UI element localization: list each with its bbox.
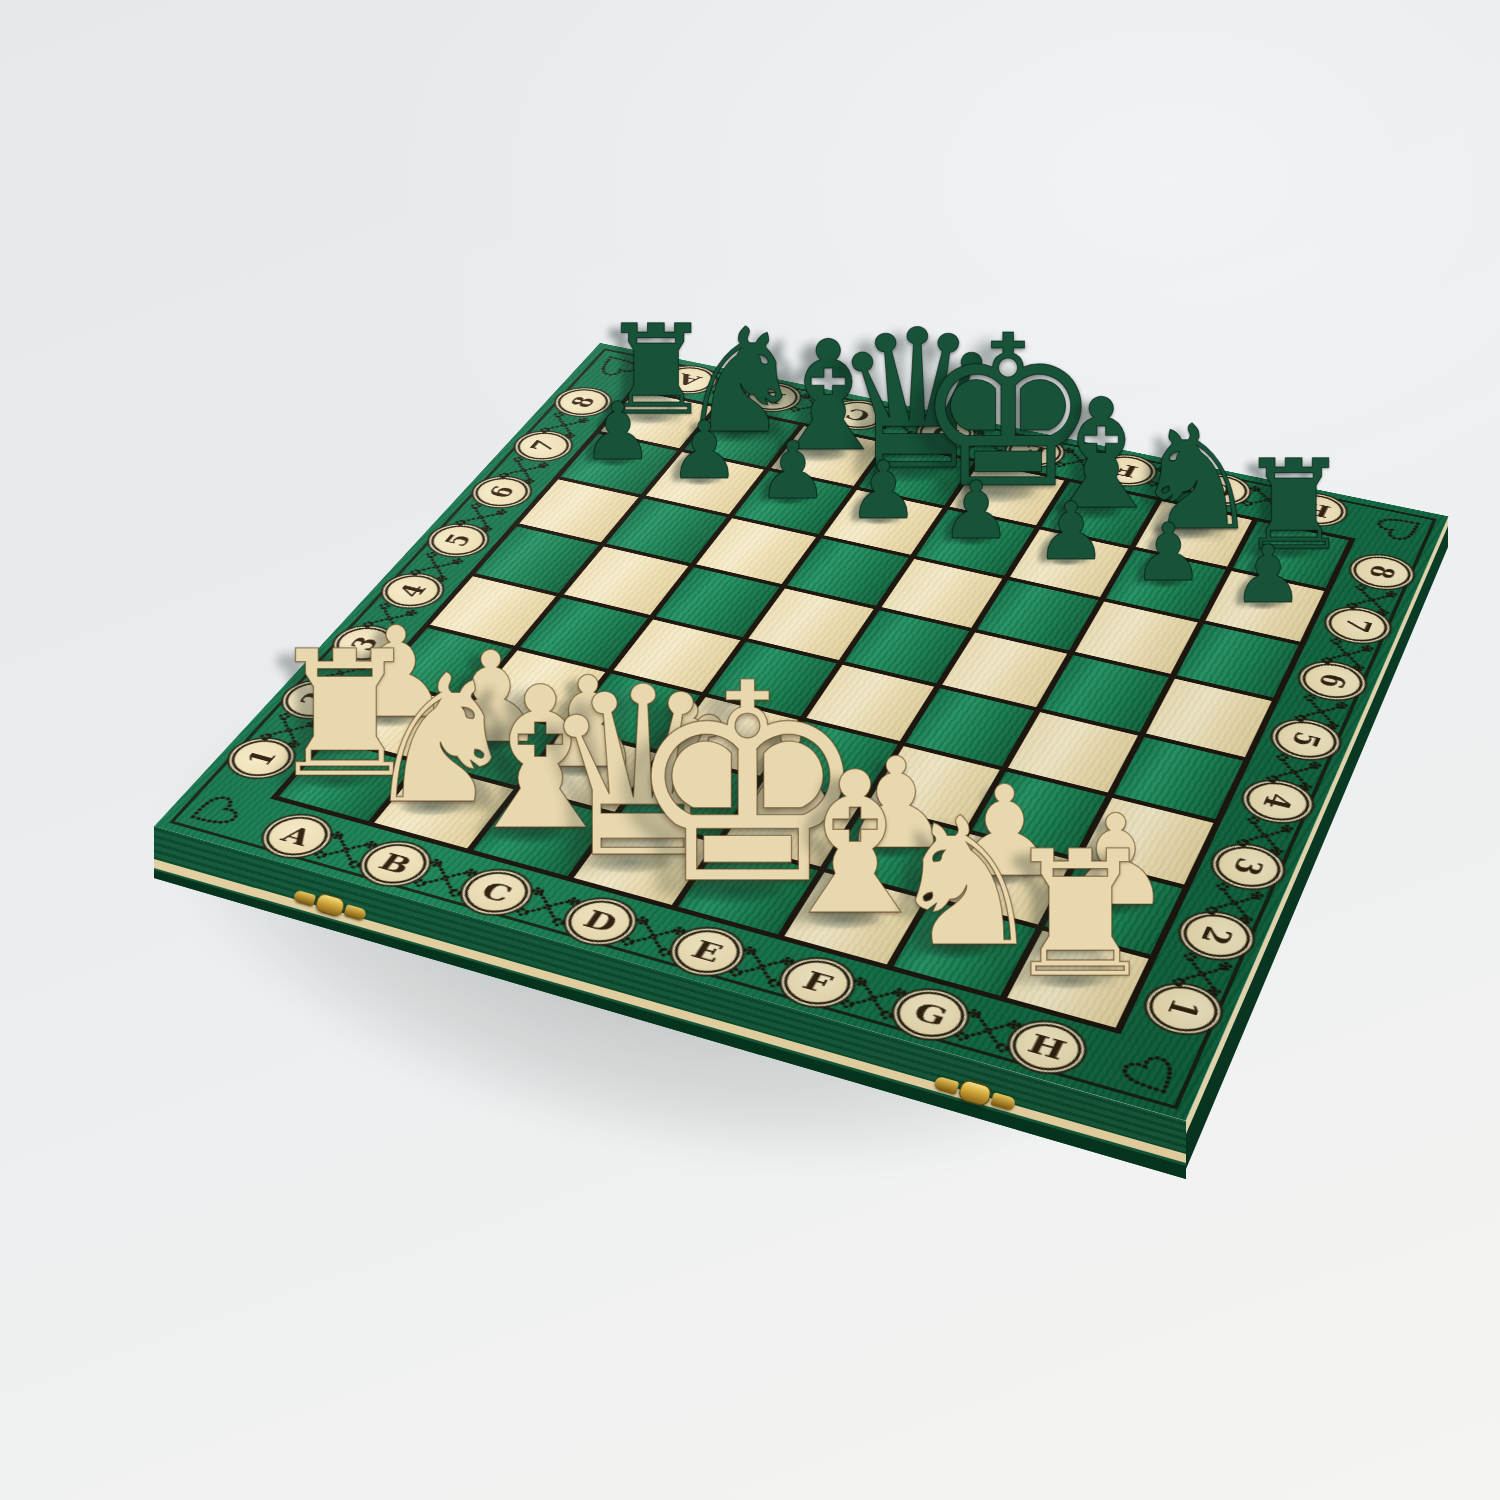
heart-motif-icon (1364, 508, 1441, 546)
product-photo-scene: ABCDEFGH ABCDEFGH 87654321 87654321 ♜♞♝♛… (0, 0, 1500, 1500)
scroll-motif-icon (1238, 482, 1297, 517)
heart-motif-icon (585, 349, 648, 381)
latch-wing-icon (344, 904, 367, 921)
heart-motif-icon (1106, 1046, 1200, 1107)
latch-wing-icon (990, 1091, 1016, 1110)
heart-motif-icon (176, 788, 249, 837)
latch-wing-icon (933, 1075, 959, 1094)
latch-wing-icon (293, 889, 316, 906)
